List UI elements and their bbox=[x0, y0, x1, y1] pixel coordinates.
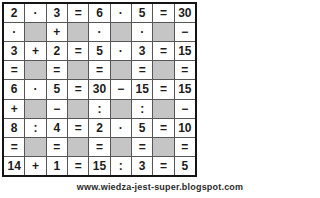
blocked-cell-r6c2 bbox=[25, 100, 45, 118]
cell-r5c2: · bbox=[25, 80, 45, 98]
cell-r2c3: + bbox=[47, 23, 67, 41]
cell-r9c2: + bbox=[25, 157, 45, 175]
source-url: www.wiedza-jest-super.blogspot.com bbox=[0, 182, 200, 192]
cell-r9c4: = bbox=[68, 157, 88, 175]
cell-r5c6: − bbox=[111, 80, 131, 98]
cell-r4c5: = bbox=[89, 61, 109, 79]
cell-r7c7: 5 bbox=[132, 119, 152, 137]
cell-r1c1: 2 bbox=[4, 4, 24, 22]
blocked-cell-r6c4 bbox=[68, 100, 88, 118]
cell-r3c1: 3 bbox=[4, 42, 24, 60]
cell-r7c1: 8 bbox=[4, 119, 24, 137]
cell-r3c3: 2 bbox=[47, 42, 67, 60]
blocked-cell-r8c4 bbox=[68, 138, 88, 156]
cell-r3c6: · bbox=[111, 42, 131, 60]
cell-r2c5: · bbox=[89, 23, 109, 41]
blocked-cell-r8c2 bbox=[25, 138, 45, 156]
cell-r7c4: = bbox=[68, 119, 88, 137]
cell-r8c1: = bbox=[4, 138, 24, 156]
blocked-cell-r8c6 bbox=[111, 138, 131, 156]
cell-r9c8: = bbox=[153, 157, 173, 175]
cell-r2c1: · bbox=[4, 23, 24, 41]
blocked-cell-r6c8 bbox=[153, 100, 173, 118]
blocked-cell-r2c6 bbox=[111, 23, 131, 41]
cell-r5c5: 30 bbox=[89, 80, 109, 98]
cell-r5c8: = bbox=[153, 80, 173, 98]
cell-r6c5: : bbox=[89, 100, 109, 118]
cell-r1c6: · bbox=[111, 4, 131, 22]
cell-r7c9: 10 bbox=[175, 119, 195, 137]
cell-r1c2: · bbox=[25, 4, 45, 22]
cell-r1c3: 3 bbox=[47, 4, 67, 22]
cell-r3c2: + bbox=[25, 42, 45, 60]
math-grid: 2·3=6·5=30·+··−3+2=5·3=15=====6·5=30−15=… bbox=[2, 2, 197, 177]
cell-r9c1: 14 bbox=[4, 157, 24, 175]
cell-r1c8: = bbox=[153, 4, 173, 22]
cell-r3c7: 3 bbox=[132, 42, 152, 60]
cell-r8c5: = bbox=[89, 138, 109, 156]
cell-r9c6: : bbox=[111, 157, 131, 175]
blocked-cell-r4c4 bbox=[68, 61, 88, 79]
cell-r4c7: = bbox=[132, 61, 152, 79]
cell-r3c9: 15 bbox=[175, 42, 195, 60]
blocked-cell-r4c6 bbox=[111, 61, 131, 79]
blocked-cell-r4c8 bbox=[153, 61, 173, 79]
cell-r9c5: 15 bbox=[89, 157, 109, 175]
cell-r8c7: = bbox=[132, 138, 152, 156]
cell-r2c9: − bbox=[175, 23, 195, 41]
cell-r1c4: = bbox=[68, 4, 88, 22]
cell-r5c4: = bbox=[68, 80, 88, 98]
cell-r1c5: 6 bbox=[89, 4, 109, 22]
blocked-cell-r6c6 bbox=[111, 100, 131, 118]
cell-r4c9: = bbox=[175, 61, 195, 79]
cell-r6c1: + bbox=[4, 100, 24, 118]
cell-r7c3: 4 bbox=[47, 119, 67, 137]
cell-r1c7: 5 bbox=[132, 4, 152, 22]
blocked-cell-r8c8 bbox=[153, 138, 173, 156]
blocked-cell-r4c2 bbox=[25, 61, 45, 79]
cell-r3c8: = bbox=[153, 42, 173, 60]
cell-r6c9: − bbox=[175, 100, 195, 118]
cell-r9c7: 3 bbox=[132, 157, 152, 175]
cell-r5c9: 15 bbox=[175, 80, 195, 98]
cell-r1c9: 30 bbox=[175, 4, 195, 22]
cell-r2c7: · bbox=[132, 23, 152, 41]
cell-r8c3: = bbox=[47, 138, 67, 156]
cell-r8c9: = bbox=[175, 138, 195, 156]
cell-r9c3: 1 bbox=[47, 157, 67, 175]
cell-r4c1: = bbox=[4, 61, 24, 79]
blocked-cell-r2c2 bbox=[25, 23, 45, 41]
cell-r5c3: 5 bbox=[47, 80, 67, 98]
cell-r5c7: 15 bbox=[132, 80, 152, 98]
cell-r3c5: 5 bbox=[89, 42, 109, 60]
cell-r3c4: = bbox=[68, 42, 88, 60]
cell-r7c6: · bbox=[111, 119, 131, 137]
blocked-cell-r2c8 bbox=[153, 23, 173, 41]
cell-r5c1: 6 bbox=[4, 80, 24, 98]
cell-r7c2: : bbox=[25, 119, 45, 137]
cell-r6c3: − bbox=[47, 100, 67, 118]
cell-r9c9: 5 bbox=[175, 157, 195, 175]
blocked-cell-r2c4 bbox=[68, 23, 88, 41]
cell-r6c7: : bbox=[132, 100, 152, 118]
cell-r7c8: = bbox=[153, 119, 173, 137]
cell-r4c3: = bbox=[47, 61, 67, 79]
cell-r7c5: 2 bbox=[89, 119, 109, 137]
